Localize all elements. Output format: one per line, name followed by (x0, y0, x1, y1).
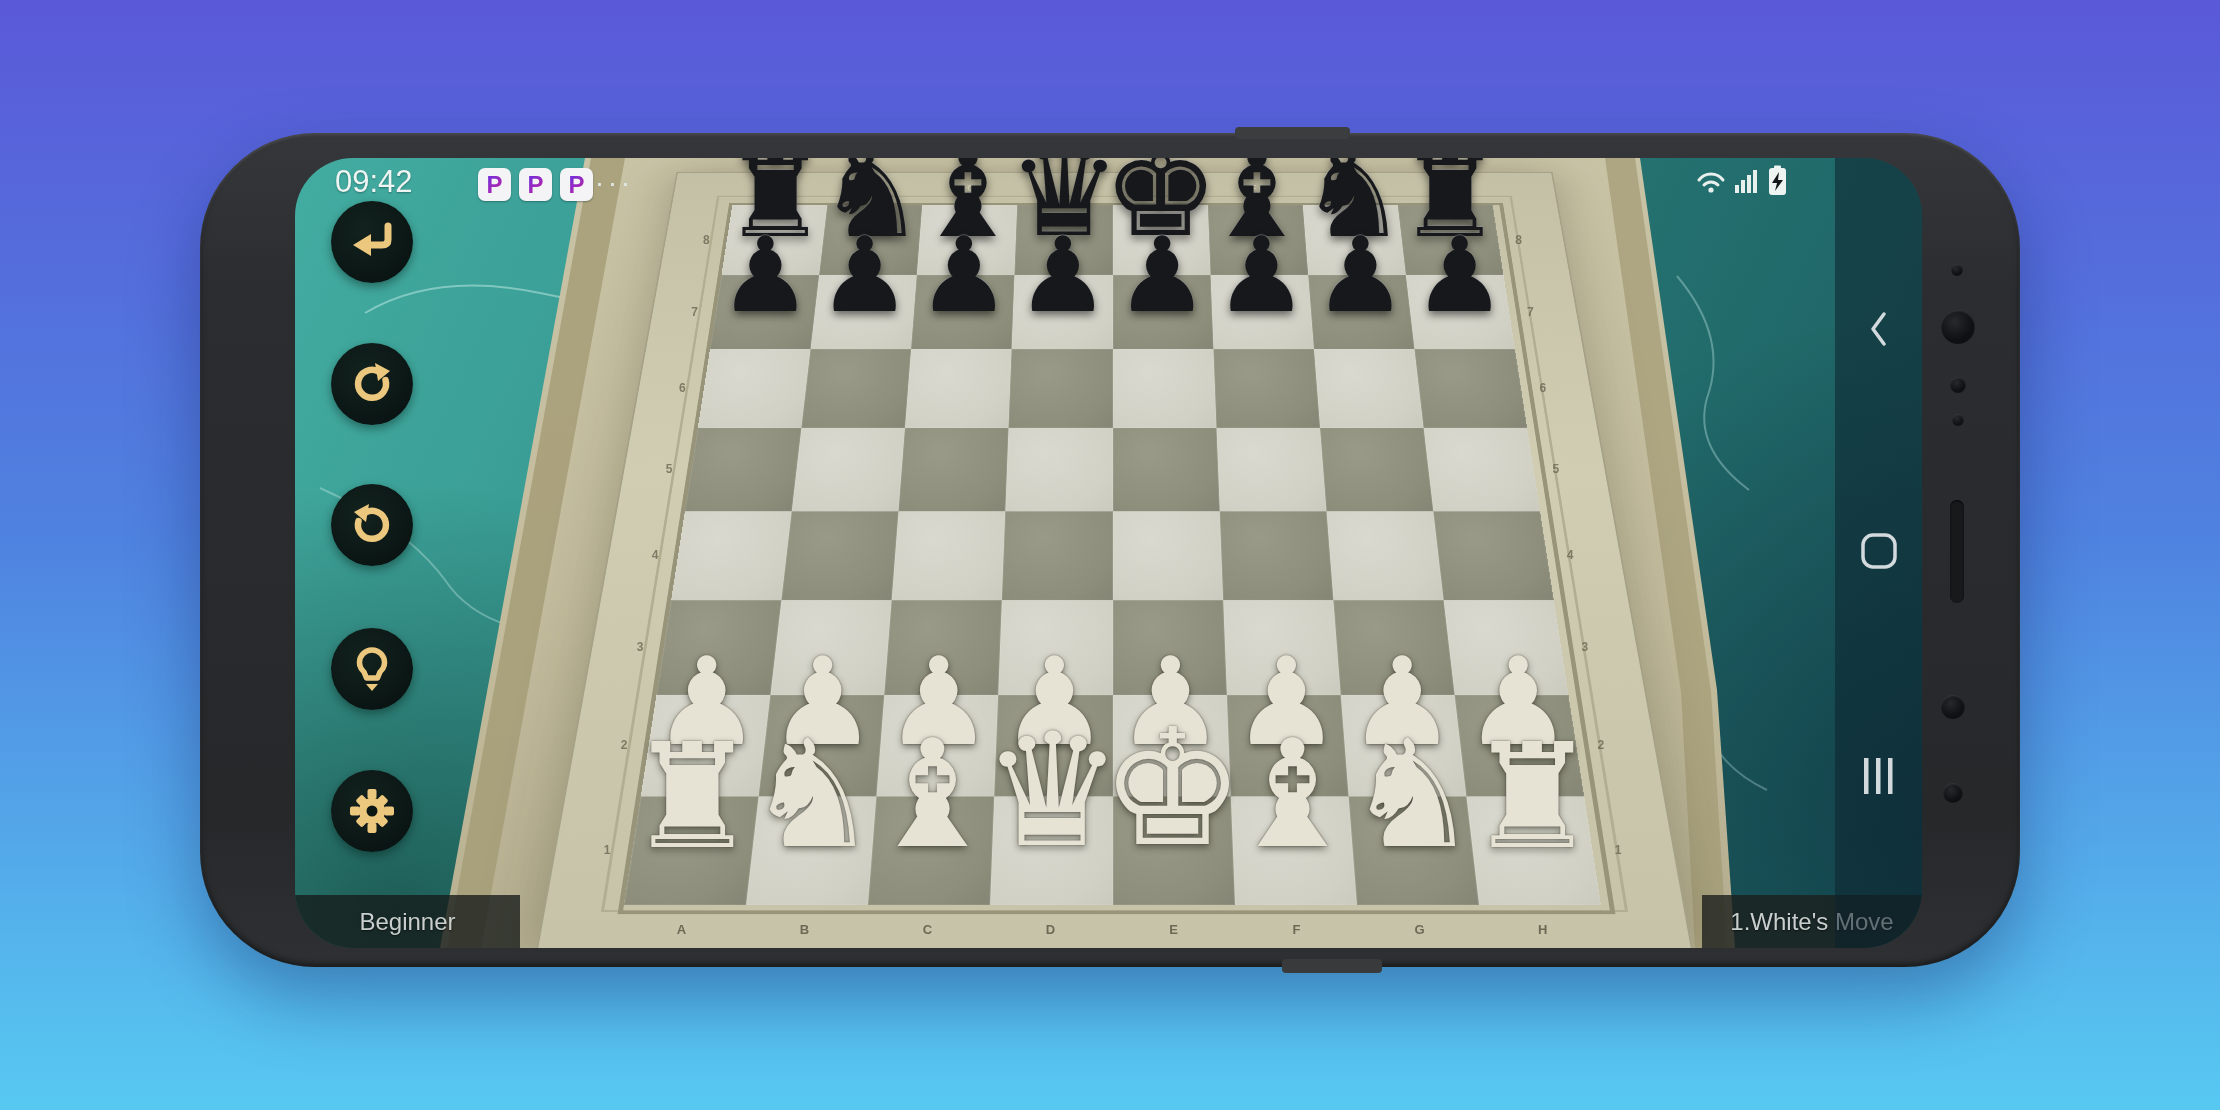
piece-white-king-e1[interactable]: ♚ (1100, 708, 1244, 869)
phone-side-button-top (1235, 127, 1350, 139)
piece-black-pawn-h7[interactable]: ♟ (1413, 224, 1506, 328)
back-button[interactable] (331, 201, 413, 283)
square-c4[interactable] (892, 511, 1006, 600)
notification-badge-icon: P (519, 168, 552, 201)
square-b5[interactable] (792, 428, 905, 512)
square-g6[interactable] (1314, 349, 1424, 428)
piece-white-knight-b1[interactable]: ♞ (746, 720, 880, 869)
desktop-background: AABBCCDDEEFFGGHH1122334455667788 ♜♞♝♛♚♝♞… (0, 0, 2220, 1110)
redo-icon (346, 358, 398, 410)
square-c5[interactable] (899, 428, 1009, 512)
android-nav-bar (1835, 158, 1922, 948)
square-e5[interactable] (1113, 428, 1220, 512)
sensor-dot-icon (1951, 264, 1963, 276)
speaker-grille (1950, 500, 1964, 603)
camera-icon (1941, 310, 1975, 344)
piece-black-pawn-g7[interactable]: ♟ (1314, 224, 1407, 328)
sensor-dot-icon (1950, 377, 1966, 393)
difficulty-badge: Beginner (295, 895, 520, 948)
square-h4[interactable] (1433, 511, 1554, 600)
piece-white-rook-h1[interactable]: ♜ (1467, 724, 1597, 869)
clock: 09:42 (335, 164, 413, 200)
more-notifications-icon: ··· (595, 168, 634, 199)
square-e4[interactable] (1113, 511, 1223, 600)
square-a4[interactable] (671, 511, 792, 600)
gear-icon (345, 784, 399, 838)
piece-black-pawn-d7[interactable]: ♟ (1016, 224, 1109, 328)
lightbulb-icon (346, 643, 398, 695)
battery-charging-icon (1769, 166, 1786, 196)
difficulty-label: Beginner (359, 908, 455, 936)
sensor-dot-icon (1952, 414, 1964, 426)
square-d4[interactable] (1002, 511, 1112, 600)
square-e6[interactable] (1113, 349, 1217, 428)
square-b4[interactable] (781, 511, 898, 600)
square-c6[interactable] (905, 349, 1012, 428)
chess-scene: AABBCCDDEEFFGGHH1122334455667788 ♜♞♝♛♚♝♞… (295, 158, 1922, 948)
piece-black-pawn-b7[interactable]: ♟ (818, 224, 911, 328)
phone-side-button-bottom (1282, 959, 1382, 973)
back-chevron-icon[interactable] (1868, 310, 1890, 348)
piece-black-pawn-e7[interactable]: ♟ (1115, 224, 1208, 328)
settings-button[interactable] (331, 770, 413, 852)
square-d6[interactable] (1009, 349, 1113, 428)
undo-icon (346, 499, 398, 551)
signal-icon (1735, 170, 1757, 193)
square-d5[interactable] (1006, 428, 1113, 512)
status-icons (1695, 164, 1805, 200)
port-hole (1943, 783, 1963, 803)
piece-black-pawn-f7[interactable]: ♟ (1215, 224, 1308, 328)
square-f4[interactable] (1219, 511, 1333, 600)
home-icon[interactable] (1860, 532, 1898, 570)
back-arrow-icon (346, 216, 398, 268)
wifi-icon (1699, 174, 1723, 185)
undo-button[interactable] (331, 484, 413, 566)
wifi-dot (1708, 187, 1713, 192)
square-f6[interactable] (1213, 349, 1320, 428)
phone-screen: AABBCCDDEEFFGGHH1122334455667788 ♜♞♝♛♚♝♞… (295, 158, 1922, 948)
square-b6[interactable] (802, 349, 912, 428)
piece-white-bishop-c1[interactable]: ♝ (866, 720, 1000, 869)
square-g4[interactable] (1326, 511, 1443, 600)
hint-button[interactable] (331, 628, 413, 710)
square-f5[interactable] (1216, 428, 1326, 512)
redo-button[interactable] (331, 343, 413, 425)
piece-black-pawn-a7[interactable]: ♟ (719, 224, 812, 328)
notification-badge-icon: P (478, 168, 511, 201)
notification-badge-icon: P (560, 168, 593, 201)
phone-frame: AABBCCDDEEFFGGHH1122334455667788 ♜♞♝♛♚♝♞… (200, 133, 2020, 967)
recents-icon[interactable] (1862, 756, 1896, 796)
square-a6[interactable] (698, 349, 811, 428)
square-g5[interactable] (1320, 428, 1433, 512)
port-hole (1941, 695, 1965, 719)
piece-white-knight-g1[interactable]: ♞ (1346, 720, 1480, 869)
square-a5[interactable] (685, 428, 802, 512)
square-h5[interactable] (1423, 428, 1540, 512)
piece-white-bishop-f1[interactable]: ♝ (1226, 720, 1360, 869)
piece-black-pawn-c7[interactable]: ♟ (917, 224, 1010, 328)
square-h6[interactable] (1414, 349, 1527, 428)
piece-white-rook-a1[interactable]: ♜ (627, 724, 757, 869)
